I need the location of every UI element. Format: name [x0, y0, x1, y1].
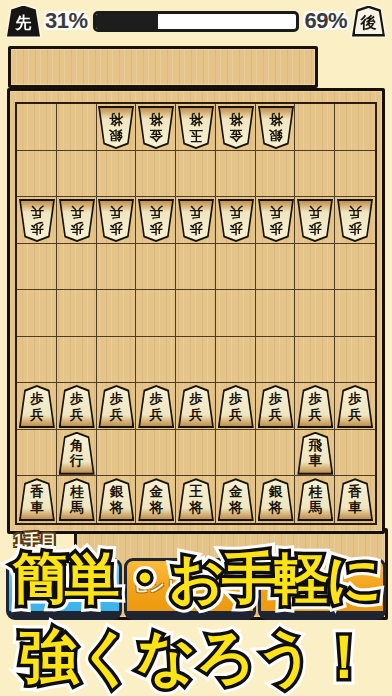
- shogi-piece-gote[interactable]: 歩兵: [98, 199, 134, 242]
- winrate-fill: [96, 14, 158, 29]
- board-cell[interactable]: [216, 430, 256, 477]
- board-cell[interactable]: [216, 337, 256, 384]
- board-cell[interactable]: [256, 430, 296, 477]
- board-cell[interactable]: [295, 151, 335, 198]
- board-cell[interactable]: [57, 151, 97, 198]
- piece-kanji: 歩兵: [297, 391, 333, 422]
- piece-kanji: 歩兵: [218, 205, 254, 236]
- piece-kanji: 歩兵: [258, 391, 294, 422]
- board-cell[interactable]: [216, 290, 256, 337]
- board-cell[interactable]: [216, 244, 256, 291]
- board-cell[interactable]: [256, 290, 296, 337]
- shogi-piece-gote[interactable]: 歩兵: [258, 199, 294, 242]
- piece-kanji: 歩兵: [258, 205, 294, 236]
- promo-line1-fill: 簡単・お手軽に: [0, 542, 392, 616]
- shogi-piece-sente[interactable]: 歩兵: [19, 385, 55, 428]
- board-cell[interactable]: [136, 430, 176, 477]
- board-cell[interactable]: [17, 104, 57, 151]
- sente-winrate-percent: 31%: [45, 8, 88, 34]
- shogi-piece-gote[interactable]: 玉将: [178, 106, 214, 149]
- board-cell[interactable]: [136, 290, 176, 337]
- board-cell[interactable]: [256, 337, 296, 384]
- piece-kanji: 歩兵: [98, 205, 134, 236]
- piece-kanji: 銀将: [258, 112, 294, 143]
- piece-kanji: 歩兵: [337, 205, 373, 236]
- piece-kanji: 飛車: [297, 438, 333, 469]
- board-cell[interactable]: [335, 104, 375, 151]
- gote-winrate-percent: 69%: [304, 8, 347, 34]
- board-cell[interactable]: [97, 337, 137, 384]
- board-cell[interactable]: [17, 151, 57, 198]
- gote-icon-label: 後: [352, 15, 385, 31]
- gote-piece-icon: 後: [352, 6, 385, 37]
- shogi-piece-gote[interactable]: 金将: [138, 106, 174, 149]
- board-grid[interactable]: 銀将金将玉将金将銀将歩兵歩兵歩兵歩兵歩兵歩兵歩兵歩兵歩兵歩兵歩兵歩兵歩兵歩兵歩兵…: [15, 102, 377, 525]
- board-cell[interactable]: [295, 337, 335, 384]
- piece-kanji: 金将: [138, 112, 174, 143]
- shogi-piece-sente[interactable]: 飛車: [297, 432, 333, 475]
- board-cell[interactable]: [335, 337, 375, 384]
- gote-captured-tray: [8, 46, 318, 88]
- board-cell[interactable]: [97, 290, 137, 337]
- promo-text-line1: 簡単・お手軽に 簡単・お手軽に 簡単・お手軽に: [0, 542, 392, 616]
- board-cell[interactable]: [256, 151, 296, 198]
- board-cell[interactable]: [335, 151, 375, 198]
- shogi-board[interactable]: 銀将金将玉将金将銀将歩兵歩兵歩兵歩兵歩兵歩兵歩兵歩兵歩兵歩兵歩兵歩兵歩兵歩兵歩兵…: [7, 88, 385, 534]
- winrate-progressbar: [93, 11, 300, 32]
- promo-line2-fill: 強くなろう！: [0, 618, 392, 696]
- board-cell[interactable]: [176, 337, 216, 384]
- shogi-piece-gote[interactable]: 歩兵: [218, 199, 254, 242]
- shogi-piece-sente[interactable]: 歩兵: [178, 385, 214, 428]
- piece-kanji: 金将: [218, 484, 254, 515]
- board-cell[interactable]: [295, 104, 335, 151]
- shogi-piece-gote[interactable]: 歩兵: [19, 199, 55, 242]
- piece-kanji: 桂馬: [297, 484, 333, 515]
- shogi-piece-gote[interactable]: 歩兵: [337, 199, 373, 242]
- board-cell[interactable]: [57, 104, 97, 151]
- shogi-piece-sente[interactable]: 歩兵: [258, 385, 294, 428]
- shogi-piece-sente[interactable]: 歩兵: [98, 385, 134, 428]
- board-cell[interactable]: [176, 244, 216, 291]
- piece-kanji: 歩兵: [59, 205, 95, 236]
- shogi-piece-gote[interactable]: 金将: [218, 106, 254, 149]
- piece-kanji: 歩兵: [297, 205, 333, 236]
- shogi-piece-sente[interactable]: 桂馬: [297, 478, 333, 521]
- shogi-piece-sente[interactable]: 金将: [138, 478, 174, 521]
- shogi-piece-sente[interactable]: 銀将: [98, 478, 134, 521]
- piece-kanji: 桂馬: [59, 484, 95, 515]
- board-cell[interactable]: [335, 290, 375, 337]
- board-cell[interactable]: [256, 244, 296, 291]
- piece-kanji: 歩兵: [138, 391, 174, 422]
- board-cell[interactable]: [57, 244, 97, 291]
- shogi-piece-sente[interactable]: 銀将: [258, 478, 294, 521]
- shogi-piece-sente[interactable]: 歩兵: [138, 385, 174, 428]
- board-cell[interactable]: [97, 244, 137, 291]
- piece-kanji: 金将: [138, 484, 174, 515]
- board-cell[interactable]: [335, 244, 375, 291]
- shogi-app-screen: 先 31% 69% 後 銀将金将玉将金将銀将歩兵歩兵歩兵歩兵歩兵歩兵歩兵歩兵歩兵…: [0, 0, 392, 696]
- shogi-piece-sente[interactable]: 香車: [19, 478, 55, 521]
- piece-kanji: 歩兵: [178, 391, 214, 422]
- board-cell[interactable]: [216, 151, 256, 198]
- shogi-piece-sente[interactable]: 角行: [59, 432, 95, 475]
- piece-kanji: 歩兵: [138, 205, 174, 236]
- piece-kanji: 銀将: [98, 484, 134, 515]
- shogi-piece-gote[interactable]: 歩兵: [297, 199, 333, 242]
- shogi-piece-sente[interactable]: 王将: [178, 478, 214, 521]
- shogi-piece-sente[interactable]: 歩兵: [297, 385, 333, 428]
- board-cell[interactable]: [17, 337, 57, 384]
- board-cell[interactable]: [295, 290, 335, 337]
- winrate-bar: 先 31% 69% 後: [0, 0, 392, 42]
- piece-kanji: 歩兵: [19, 391, 55, 422]
- promo-text-line2: 強くなろう！ 強くなろう！ 強くなろう！: [0, 618, 392, 696]
- shogi-piece-sente[interactable]: 香車: [337, 478, 373, 521]
- piece-kanji: 銀将: [258, 484, 294, 515]
- shogi-piece-sente[interactable]: 金将: [218, 478, 254, 521]
- shogi-piece-gote[interactable]: 歩兵: [138, 199, 174, 242]
- shogi-piece-sente[interactable]: 歩兵: [59, 385, 95, 428]
- piece-kanji: 香車: [19, 484, 55, 515]
- board-cell[interactable]: [17, 290, 57, 337]
- board-cell[interactable]: [335, 430, 375, 477]
- shogi-piece-sente[interactable]: 桂馬: [59, 478, 95, 521]
- board-cell[interactable]: [176, 290, 216, 337]
- shogi-piece-gote[interactable]: 銀将: [258, 106, 294, 149]
- piece-kanji: 玉将: [178, 112, 214, 143]
- board-cell[interactable]: [136, 244, 176, 291]
- board-cell[interactable]: [97, 151, 137, 198]
- board-cell[interactable]: [295, 244, 335, 291]
- board-cell[interactable]: [17, 244, 57, 291]
- piece-kanji: 角行: [59, 438, 95, 469]
- sente-piece-icon: 先: [7, 6, 40, 37]
- board-cell[interactable]: [136, 151, 176, 198]
- shogi-piece-sente[interactable]: 歩兵: [337, 385, 373, 428]
- piece-kanji: 金将: [218, 112, 254, 143]
- shogi-piece-sente[interactable]: 歩兵: [218, 385, 254, 428]
- shogi-piece-gote[interactable]: 歩兵: [59, 199, 95, 242]
- piece-kanji: 王将: [178, 484, 214, 515]
- piece-kanji: 歩兵: [19, 205, 55, 236]
- board-cell[interactable]: [57, 337, 97, 384]
- shogi-piece-gote[interactable]: 歩兵: [178, 199, 214, 242]
- piece-kanji: 歩兵: [59, 391, 95, 422]
- sente-icon-label: 先: [7, 15, 40, 31]
- piece-kanji: 歩兵: [178, 205, 214, 236]
- board-cell[interactable]: [17, 430, 57, 477]
- piece-kanji: 歩兵: [337, 391, 373, 422]
- piece-kanji: 歩兵: [98, 391, 134, 422]
- piece-kanji: 銀将: [98, 112, 134, 143]
- board-cell[interactable]: [176, 151, 216, 198]
- shogi-piece-gote[interactable]: 銀将: [98, 106, 134, 149]
- board-cell[interactable]: [136, 337, 176, 384]
- piece-kanji: 歩兵: [218, 391, 254, 422]
- board-cell[interactable]: [97, 430, 137, 477]
- board-cell[interactable]: [176, 430, 216, 477]
- board-cell[interactable]: [57, 290, 97, 337]
- piece-kanji: 香車: [337, 484, 373, 515]
